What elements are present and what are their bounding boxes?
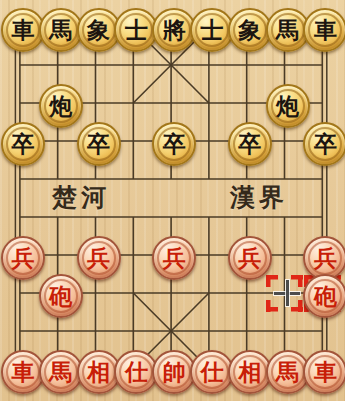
red-soldier[interactable]: 兵 (77, 236, 121, 280)
red-soldier[interactable]: 兵 (228, 236, 272, 280)
black-cannon[interactable]: 炮 (266, 84, 310, 128)
move-from-marker (266, 275, 303, 312)
xiangqi-board[interactable]: 楚河 漢界 車馬象士將士象馬車炮炮卒卒卒卒卒兵兵兵兵兵砲砲車馬相仕帥仕相馬車 (0, 0, 345, 401)
red-chariot[interactable]: 車 (303, 350, 345, 394)
red-cannon[interactable]: 砲 (39, 274, 83, 318)
black-soldier[interactable]: 卒 (228, 122, 272, 166)
black-soldier[interactable]: 卒 (152, 122, 196, 166)
black-soldier[interactable]: 卒 (77, 122, 121, 166)
black-soldier[interactable]: 卒 (1, 122, 45, 166)
black-cannon[interactable]: 炮 (39, 84, 83, 128)
piece-grid: 車馬象士將士象馬車炮炮卒卒卒卒卒兵兵兵兵兵砲砲車馬相仕帥仕相馬車 (1, 8, 341, 388)
black-soldier[interactable]: 卒 (303, 122, 345, 166)
red-soldier[interactable]: 兵 (1, 236, 45, 280)
black-chariot[interactable]: 車 (303, 8, 345, 52)
red-cannon[interactable]: 砲 (303, 274, 345, 318)
red-soldier[interactable]: 兵 (152, 236, 196, 280)
